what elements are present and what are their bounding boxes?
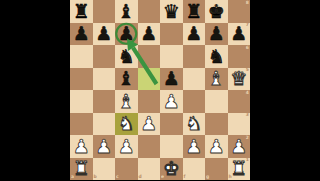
square-a3[interactable] — [70, 113, 93, 136]
piece-white-queen-h5[interactable]: ♛ — [230, 69, 247, 88]
square-g2[interactable]: ♟ — [205, 135, 228, 158]
square-h8[interactable]: 8 — [228, 0, 251, 23]
piece-white-bishop-c4[interactable]: ♝ — [118, 92, 135, 111]
square-d5[interactable] — [138, 68, 161, 91]
square-g1[interactable]: g — [205, 158, 228, 181]
coordinate-rank-4: 4 — [246, 91, 249, 96]
square-e8[interactable]: ♛ — [160, 0, 183, 23]
square-h4[interactable]: 4 — [228, 90, 251, 113]
square-e4[interactable]: ♟ — [160, 90, 183, 113]
piece-black-pawn-b7[interactable]: ♟ — [95, 24, 112, 43]
square-f4[interactable] — [183, 90, 206, 113]
square-d1[interactable]: d — [138, 158, 161, 181]
coordinate-rank-8: 8 — [246, 1, 249, 6]
square-c3[interactable]: ♞ — [115, 113, 138, 136]
square-b7[interactable]: ♟ — [93, 23, 116, 46]
square-h7[interactable]: 7♟ — [228, 23, 251, 46]
square-f3[interactable]: ♞ — [183, 113, 206, 136]
piece-white-pawn-g2[interactable]: ♟ — [208, 137, 225, 156]
square-d3[interactable]: ♟ — [138, 113, 161, 136]
piece-black-pawn-a7[interactable]: ♟ — [73, 24, 90, 43]
video-frame: ♜♝♛♜♚8♟♟♟♟♟♟7♟♞♞6♝♟♝5♛♝♟4♞♟♞3♟♟♟♟♟2♟a♜bc… — [0, 0, 320, 180]
square-c8[interactable]: ♝ — [115, 0, 138, 23]
square-h6[interactable]: 6 — [228, 45, 251, 68]
square-g4[interactable] — [205, 90, 228, 113]
square-c1[interactable]: c — [115, 158, 138, 181]
square-a2[interactable]: ♟ — [70, 135, 93, 158]
square-h2[interactable]: 2♟ — [228, 135, 251, 158]
piece-black-pawn-h7[interactable]: ♟ — [230, 24, 247, 43]
square-a6[interactable] — [70, 45, 93, 68]
piece-white-king-e1[interactable]: ♚ — [163, 159, 180, 178]
square-d7[interactable]: ♟ — [138, 23, 161, 46]
square-d2[interactable] — [138, 135, 161, 158]
square-f1[interactable]: f — [183, 158, 206, 181]
coordinate-rank-6: 6 — [246, 46, 249, 51]
square-c6[interactable]: ♞ — [115, 45, 138, 68]
chess-board: ♜♝♛♜♚8♟♟♟♟♟♟7♟♞♞6♝♟♝5♛♝♟4♞♟♞3♟♟♟♟♟2♟a♜bc… — [70, 0, 250, 180]
square-c2[interactable]: ♟ — [115, 135, 138, 158]
letterbox-left — [0, 0, 70, 180]
piece-white-pawn-e4[interactable]: ♟ — [163, 92, 180, 111]
square-f6[interactable] — [183, 45, 206, 68]
piece-white-rook-h1[interactable]: ♜ — [230, 159, 247, 178]
piece-black-pawn-f7[interactable]: ♟ — [185, 24, 202, 43]
square-b5[interactable] — [93, 68, 116, 91]
square-h1[interactable]: 1h♜ — [228, 158, 251, 181]
square-e3[interactable] — [160, 113, 183, 136]
piece-black-pawn-d7[interactable]: ♟ — [140, 24, 157, 43]
square-f8[interactable]: ♜ — [183, 0, 206, 23]
piece-black-pawn-c7[interactable]: ♟ — [118, 24, 135, 43]
piece-white-pawn-f2[interactable]: ♟ — [185, 137, 202, 156]
square-e6[interactable] — [160, 45, 183, 68]
piece-white-pawn-b2[interactable]: ♟ — [95, 137, 112, 156]
square-d8[interactable] — [138, 0, 161, 23]
coordinate-file-d: d — [139, 175, 142, 180]
square-g6[interactable]: ♞ — [205, 45, 228, 68]
piece-white-bishop-g5[interactable]: ♝ — [208, 69, 225, 88]
coordinate-file-g: g — [206, 175, 209, 180]
square-e7[interactable] — [160, 23, 183, 46]
letterbox-right — [250, 0, 320, 180]
piece-black-pawn-e5[interactable]: ♟ — [163, 69, 180, 88]
square-b1[interactable]: b — [93, 158, 116, 181]
square-a7[interactable]: ♟ — [70, 23, 93, 46]
piece-white-knight-f3[interactable]: ♞ — [185, 114, 202, 133]
piece-black-knight-c6[interactable]: ♞ — [118, 47, 135, 66]
piece-black-king-g8[interactable]: ♚ — [208, 2, 225, 21]
piece-white-pawn-a2[interactable]: ♟ — [73, 137, 90, 156]
piece-black-bishop-c5[interactable]: ♝ — [118, 69, 135, 88]
square-d6[interactable] — [138, 45, 161, 68]
square-f2[interactable]: ♟ — [183, 135, 206, 158]
piece-white-pawn-d3[interactable]: ♟ — [140, 114, 157, 133]
piece-black-rook-a8[interactable]: ♜ — [73, 2, 90, 21]
square-h3[interactable]: 3 — [228, 113, 251, 136]
square-f7[interactable]: ♟ — [183, 23, 206, 46]
square-e5[interactable]: ♟ — [160, 68, 183, 91]
coordinate-file-c: c — [116, 175, 119, 180]
square-a4[interactable] — [70, 90, 93, 113]
coordinate-rank-3: 3 — [246, 113, 249, 118]
square-a1[interactable]: a♜ — [70, 158, 93, 181]
square-e1[interactable]: e♚ — [160, 158, 183, 181]
square-a8[interactable]: ♜ — [70, 0, 93, 23]
piece-white-pawn-c2[interactable]: ♟ — [118, 137, 135, 156]
square-g3[interactable] — [205, 113, 228, 136]
square-c4[interactable]: ♝ — [115, 90, 138, 113]
square-g7[interactable]: ♟ — [205, 23, 228, 46]
piece-black-rook-f8[interactable]: ♜ — [185, 2, 202, 21]
square-b6[interactable] — [93, 45, 116, 68]
square-a5[interactable] — [70, 68, 93, 91]
square-f5[interactable] — [183, 68, 206, 91]
square-b8[interactable] — [93, 0, 116, 23]
coordinate-file-f: f — [184, 175, 186, 180]
square-g5[interactable]: ♝ — [205, 68, 228, 91]
square-h5[interactable]: 5♛ — [228, 68, 251, 91]
square-c5[interactable]: ♝ — [115, 68, 138, 91]
square-d4[interactable] — [138, 90, 161, 113]
square-b2[interactable]: ♟ — [93, 135, 116, 158]
piece-black-pawn-g7[interactable]: ♟ — [208, 24, 225, 43]
square-b4[interactable] — [93, 90, 116, 113]
piece-black-bishop-c8[interactable]: ♝ — [118, 2, 135, 21]
piece-white-rook-a1[interactable]: ♜ — [73, 159, 90, 178]
square-g8[interactable]: ♚ — [205, 0, 228, 23]
square-e2[interactable] — [160, 135, 183, 158]
piece-white-knight-c3[interactable]: ♞ — [118, 114, 135, 133]
piece-white-pawn-h2[interactable]: ♟ — [230, 137, 247, 156]
coordinate-file-b: b — [94, 175, 97, 180]
square-c7[interactable]: ♟ — [115, 23, 138, 46]
piece-black-knight-g6[interactable]: ♞ — [208, 47, 225, 66]
square-b3[interactable] — [93, 113, 116, 136]
piece-black-queen-e8[interactable]: ♛ — [163, 2, 180, 21]
